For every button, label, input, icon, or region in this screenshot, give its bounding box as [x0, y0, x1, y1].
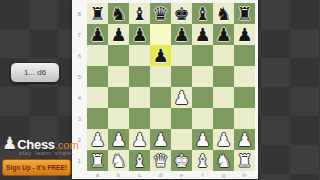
square-g1: ♞: [213, 150, 234, 171]
piece-bB: ♝: [129, 3, 150, 24]
square-f1: ♝: [192, 150, 213, 171]
square-a7: ♟: [87, 24, 108, 45]
piece-wP: ♟: [213, 129, 234, 150]
square-c6: [129, 45, 150, 66]
file-label: a: [87, 171, 108, 179]
square-a8: ♜: [87, 3, 108, 24]
square-f5: [192, 66, 213, 87]
piece-bN: ♞: [108, 3, 129, 24]
square-a6: [87, 45, 108, 66]
piece-bP: ♟: [234, 24, 255, 45]
rank-label: 4: [72, 87, 87, 108]
square-g5: [213, 66, 234, 87]
square-g6: [213, 45, 234, 66]
square-c1: ♝: [129, 150, 150, 171]
file-label: f: [192, 171, 213, 179]
square-h8: ♜: [234, 3, 255, 24]
piece-bN: ♞: [213, 3, 234, 24]
square-g7: ♟: [213, 24, 234, 45]
rank-label: 7: [72, 24, 87, 45]
square-d5: [150, 66, 171, 87]
piece-bR: ♜: [87, 3, 108, 24]
square-e6: [171, 45, 192, 66]
piece-wP: ♟: [108, 129, 129, 150]
square-a2: ♟: [87, 129, 108, 150]
square-f6: [192, 45, 213, 66]
piece-bB: ♝: [192, 3, 213, 24]
square-e5: [171, 66, 192, 87]
piece-bP: ♟: [150, 45, 171, 66]
square-h6: [234, 45, 255, 66]
rank-label: 3: [72, 108, 87, 129]
piece-wR: ♜: [234, 150, 255, 171]
square-g8: ♞: [213, 3, 234, 24]
square-b3: [108, 108, 129, 129]
square-h4: [234, 87, 255, 108]
square-g3: [213, 108, 234, 129]
square-f4: [192, 87, 213, 108]
piece-wR: ♜: [87, 150, 108, 171]
square-b2: ♟: [108, 129, 129, 150]
square-d6: ♟: [150, 45, 171, 66]
piece-bR: ♜: [234, 3, 255, 24]
square-d2: ♟: [150, 129, 171, 150]
square-c4: [129, 87, 150, 108]
file-label: d: [150, 171, 171, 179]
square-c7: ♟: [129, 24, 150, 45]
square-h1: ♜: [234, 150, 255, 171]
piece-bP: ♟: [108, 24, 129, 45]
piece-bP: ♟: [192, 24, 213, 45]
square-d1: ♛: [150, 150, 171, 171]
square-h3: [234, 108, 255, 129]
square-a4: [87, 87, 108, 108]
square-a1: ♜: [87, 150, 108, 171]
square-b6: [108, 45, 129, 66]
piece-wN: ♞: [108, 150, 129, 171]
square-c3: [129, 108, 150, 129]
square-e4: ♟: [171, 87, 192, 108]
square-e8: ♚: [171, 3, 192, 24]
square-b8: ♞: [108, 3, 129, 24]
square-d4: [150, 87, 171, 108]
piece-bP: ♟: [213, 24, 234, 45]
rank-label: 1: [72, 150, 87, 171]
square-d7: [150, 24, 171, 45]
piece-wQ: ♛: [150, 150, 171, 171]
file-label: h: [234, 171, 255, 179]
signup-button[interactable]: Sign Up - it's FREE!: [2, 159, 71, 176]
square-b7: ♟: [108, 24, 129, 45]
square-b1: ♞: [108, 150, 129, 171]
video-frame: 1... d6 87654321 ♜♞♝♛♚♝♞♜♟♟♟♟♟♟♟♟♟♟♟♟♟♟♟…: [0, 0, 320, 180]
piece-wP: ♟: [192, 129, 213, 150]
square-e2: [171, 129, 192, 150]
square-e1: ♚: [171, 150, 192, 171]
piece-bP: ♟: [171, 24, 192, 45]
square-a5: [87, 66, 108, 87]
square-h7: ♟: [234, 24, 255, 45]
piece-wK: ♚: [171, 150, 192, 171]
square-f7: ♟: [192, 24, 213, 45]
piece-wP: ♟: [234, 129, 255, 150]
file-label: e: [171, 171, 192, 179]
square-a3: [87, 108, 108, 129]
piece-bK: ♚: [171, 3, 192, 24]
piece-wP: ♟: [150, 129, 171, 150]
square-f2: ♟: [192, 129, 213, 150]
piece-bP: ♟: [87, 24, 108, 45]
square-b4: [108, 87, 129, 108]
square-b5: [108, 66, 129, 87]
square-c2: ♟: [129, 129, 150, 150]
board-grid: ♜♞♝♛♚♝♞♜♟♟♟♟♟♟♟♟♟♟♟♟♟♟♟♟♜♞♝♛♚♝♞♜: [87, 3, 255, 171]
move-annotation-button[interactable]: 1... d6: [10, 62, 60, 83]
square-h5: [234, 66, 255, 87]
chess-board: 87654321 ♜♞♝♛♚♝♞♜♟♟♟♟♟♟♟♟♟♟♟♟♟♟♟♟♜♞♝♛♚♝♞…: [72, 0, 258, 179]
piece-wB: ♝: [192, 150, 213, 171]
piece-wN: ♞: [213, 150, 234, 171]
rank-label: 6: [72, 45, 87, 66]
file-label: b: [108, 171, 129, 179]
file-label: c: [129, 171, 150, 179]
logo-tagline: play. learn. share.: [19, 150, 74, 156]
rank-label: 8: [72, 3, 87, 24]
file-labels: abcdefgh: [87, 171, 255, 179]
file-label: g: [213, 171, 234, 179]
square-f3: [192, 108, 213, 129]
square-f8: ♝: [192, 3, 213, 24]
square-d3: [150, 108, 171, 129]
piece-wP: ♟: [129, 129, 150, 150]
piece-bQ: ♛: [150, 3, 171, 24]
square-d8: ♛: [150, 3, 171, 24]
square-c5: [129, 66, 150, 87]
square-c8: ♝: [129, 3, 150, 24]
square-e3: [171, 108, 192, 129]
piece-wB: ♝: [129, 150, 150, 171]
square-g4: [213, 87, 234, 108]
rank-label: 5: [72, 66, 87, 87]
square-g2: ♟: [213, 129, 234, 150]
pawn-mascot-icon: ♟: [2, 134, 17, 152]
piece-bP: ♟: [129, 24, 150, 45]
piece-wP: ♟: [171, 87, 192, 108]
square-h2: ♟: [234, 129, 255, 150]
piece-wP: ♟: [87, 129, 108, 150]
square-e7: ♟: [171, 24, 192, 45]
